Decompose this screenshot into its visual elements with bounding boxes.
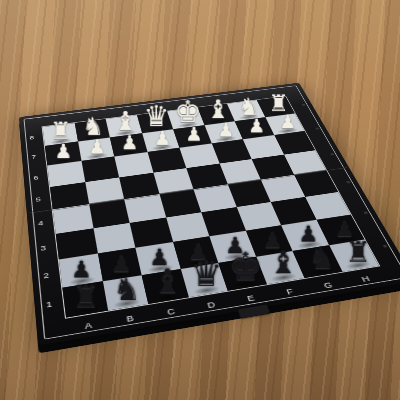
black-rook-glyph: ♜: [345, 238, 371, 266]
frame-rivet-dot: [364, 211, 368, 213]
black-knight-glyph: ♞: [113, 274, 141, 305]
rank-label-8: 8: [25, 128, 38, 148]
rank-label-7: 7: [27, 146, 40, 167]
white-bishop-glyph: ♝: [113, 108, 136, 134]
frame-rivet-dot: [302, 104, 305, 106]
file-label-f: F: [269, 284, 312, 300]
white-pawn-glyph: ♟: [186, 125, 203, 144]
square-e1[interactable]: ♚: [218, 257, 266, 291]
black-queen-glyph: ♛: [190, 255, 222, 291]
white-pawn-glyph: ♟: [55, 142, 73, 162]
square-a1[interactable]: ♜: [62, 281, 107, 318]
piece-black-rook[interactable]: ♜: [331, 243, 378, 268]
square-d1[interactable]: ♛: [180, 263, 228, 298]
black-knight-glyph: ♞: [308, 243, 335, 273]
square-a5[interactable]: [50, 182, 89, 209]
frame-rivet-dot: [330, 153, 334, 155]
rank-label-4: 4: [33, 210, 48, 236]
white-pawn-glyph: ♟: [248, 117, 265, 136]
piece-black-bishop[interactable]: ♝: [142, 271, 187, 301]
black-king-glyph: ♚: [228, 247, 262, 285]
square-d5[interactable]: [153, 168, 194, 194]
white-pawn-glyph: ♟: [279, 113, 296, 132]
white-king-glyph: ♚: [174, 96, 201, 126]
white-pawn-glyph: ♟: [154, 129, 171, 148]
square-h4[interactable]: [294, 170, 338, 196]
rank-label-6: 6: [29, 166, 43, 189]
frame-rivet-dot: [346, 181, 350, 183]
square-a7[interactable]: ♟: [45, 141, 81, 165]
black-bishop-glyph: ♝: [269, 247, 298, 279]
piece-black-knight[interactable]: ♞: [103, 278, 148, 307]
frame-rivet-dot: [316, 128, 319, 130]
file-label-a: A: [67, 317, 111, 335]
white-pawn-glyph: ♟: [217, 121, 234, 140]
white-queen-glyph: ♛: [143, 102, 169, 131]
rank-label-1: 1: [41, 289, 58, 322]
file-label-c: C: [150, 303, 193, 320]
photo-scene: ♜♞♝♛♚♝♞♜♟♟♟♟♟♟♟♟♟♟♟♟♟♟♟♟♜♞♝♛♚♝♞♜ ABCDEFG…: [0, 0, 400, 400]
piece-black-king[interactable]: ♚: [218, 255, 266, 288]
file-label-h: H: [345, 271, 387, 287]
piece-black-queen[interactable]: ♛: [180, 262, 227, 294]
black-rook-glyph: ♜: [73, 281, 100, 311]
white-pawn-glyph: ♟: [121, 133, 138, 152]
piece-black-knight[interactable]: ♞: [294, 248, 341, 275]
rank-label-3: 3: [36, 235, 52, 263]
rank-label-5: 5: [31, 188, 45, 212]
white-pawn-glyph: ♟: [88, 138, 106, 158]
rank-label-2: 2: [38, 261, 54, 291]
square-b1[interactable]: ♞: [102, 275, 148, 311]
frame-rivet-dot: [383, 245, 387, 248]
square-c1[interactable]: ♝: [142, 269, 189, 304]
file-label-d: D: [190, 297, 233, 314]
piece-black-bishop[interactable]: ♝: [256, 253, 303, 282]
square-a6[interactable]: [47, 161, 84, 187]
file-label-g: G: [307, 277, 350, 293]
piece-black-rook[interactable]: ♜: [63, 286, 107, 315]
square-g1[interactable]: ♞: [292, 245, 342, 278]
white-rook-glyph: ♜: [50, 119, 71, 143]
file-label-b: B: [109, 310, 152, 328]
square-f1[interactable]: ♝: [256, 251, 305, 285]
piece-white-pawn[interactable]: ♟: [111, 139, 146, 155]
black-bishop-glyph: ♝: [152, 265, 182, 298]
square-b3[interactable]: [93, 223, 135, 254]
white-knight-glyph: ♞: [82, 114, 104, 138]
